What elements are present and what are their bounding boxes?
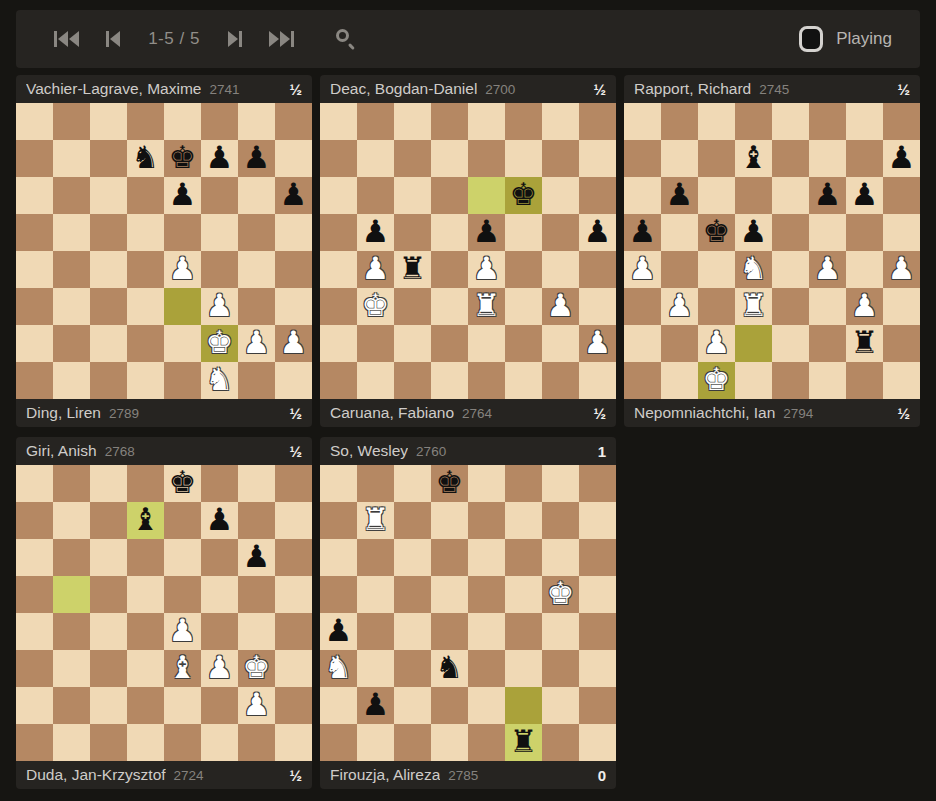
square-g7 [238, 502, 275, 539]
square-f8 [201, 103, 238, 140]
square-h6 [275, 539, 312, 576]
black-king-piece: ♚ [169, 139, 197, 176]
square-f5 [201, 214, 238, 251]
square-d8: ♚ [431, 465, 468, 502]
player-name: Firouzja, Alireza [330, 766, 440, 784]
black-rook-piece: ♜ [510, 723, 538, 760]
square-d1 [431, 724, 468, 761]
boards-grid: Vachier-Lagrave, Maxime2741½♞♚♟♟♟♟♟♟♚♟♟♞… [16, 75, 920, 789]
player-name: Deac, Bogdan-Daniel [330, 80, 477, 98]
square-g8 [238, 103, 275, 140]
square-f4 [201, 251, 238, 288]
square-g1 [542, 362, 579, 399]
square-b3: ♚ [357, 288, 394, 325]
square-b1 [357, 724, 394, 761]
square-f3: ♟ [201, 650, 238, 687]
square-a1 [320, 724, 357, 761]
next-page-button[interactable] [228, 29, 242, 49]
square-e3: ♜ [468, 288, 505, 325]
square-h2: ♟ [275, 325, 312, 362]
square-h1 [275, 724, 312, 761]
square-b8 [357, 103, 394, 140]
square-e3 [468, 650, 505, 687]
square-b6 [53, 177, 90, 214]
square-g8 [846, 103, 883, 140]
square-b4 [53, 251, 90, 288]
playing-toggle[interactable]: Playing [799, 26, 892, 52]
square-h6 [579, 177, 616, 214]
square-c5 [394, 576, 431, 613]
white-pawn-piece: ♟ [243, 686, 271, 723]
player-name: Giri, Anish [26, 442, 97, 460]
square-h1 [579, 362, 616, 399]
white-pawn-piece: ♟ [547, 287, 575, 324]
black-king-piece: ♚ [703, 213, 731, 250]
square-b3 [357, 650, 394, 687]
square-e2 [772, 325, 809, 362]
square-e1 [164, 724, 201, 761]
square-f7: ♟ [201, 140, 238, 177]
square-e5 [772, 214, 809, 251]
black-pawn-piece: ♟ [280, 176, 308, 213]
square-f5 [809, 214, 846, 251]
square-a7 [320, 140, 357, 177]
square-b3 [53, 288, 90, 325]
square-f4 [505, 251, 542, 288]
square-e8 [772, 103, 809, 140]
square-c3 [698, 288, 735, 325]
chess-board-2[interactable]: ♚♟♟♟♟♜♟♚♜♟♟ [320, 103, 616, 399]
square-f5 [505, 576, 542, 613]
square-f4: ♟ [809, 251, 846, 288]
square-e4: ♟ [468, 251, 505, 288]
square-g2: ♟ [238, 325, 275, 362]
chess-board-4[interactable]: ♚♝♟♟♟♝♟♚♟ [16, 465, 312, 761]
square-b5 [357, 576, 394, 613]
square-f6 [201, 177, 238, 214]
square-a1 [624, 362, 661, 399]
square-g3: ♟ [542, 288, 579, 325]
square-g5 [846, 214, 883, 251]
square-d8 [127, 465, 164, 502]
square-c8 [394, 103, 431, 140]
black-rook-piece: ♜ [851, 324, 879, 361]
white-pawn-piece: ♟ [280, 324, 308, 361]
white-rook-piece: ♜ [362, 501, 390, 538]
square-d4 [431, 613, 468, 650]
player-score: ½ [289, 443, 302, 460]
square-d3 [127, 288, 164, 325]
black-pawn-piece: ♟ [169, 176, 197, 213]
square-g4 [542, 613, 579, 650]
square-h3 [275, 288, 312, 325]
square-e1 [772, 362, 809, 399]
square-g4 [846, 251, 883, 288]
square-h5 [275, 214, 312, 251]
square-h4 [275, 613, 312, 650]
square-a5 [16, 214, 53, 251]
square-e8: ♚ [164, 465, 201, 502]
square-g8 [542, 103, 579, 140]
square-f5 [201, 576, 238, 613]
player-name: Ding, Liren [26, 404, 101, 422]
square-h7: ♟ [883, 140, 920, 177]
square-g3 [238, 288, 275, 325]
square-c7 [90, 140, 127, 177]
square-a4: ♟ [320, 613, 357, 650]
square-h2: ♟ [579, 325, 616, 362]
square-b3: ♟ [661, 288, 698, 325]
square-h8 [275, 103, 312, 140]
square-a3 [624, 288, 661, 325]
square-d2 [127, 687, 164, 724]
square-b2 [53, 687, 90, 724]
square-e6: ♟ [164, 177, 201, 214]
black-knight-piece: ♞ [132, 139, 160, 176]
square-d2 [431, 325, 468, 362]
square-e6 [468, 177, 505, 214]
game-card-3: Rapport, Richard2745½♝♟♟♟♟♟♚♟♟♞♟♟♟♜♟♟♜♚N… [624, 75, 920, 427]
square-d1 [431, 362, 468, 399]
square-c3 [90, 288, 127, 325]
square-f6 [201, 539, 238, 576]
square-b1 [53, 724, 90, 761]
square-g1 [846, 362, 883, 399]
square-d3: ♞ [431, 650, 468, 687]
square-a8 [320, 465, 357, 502]
square-b7: ♜ [357, 502, 394, 539]
square-d3: ♜ [735, 288, 772, 325]
square-a5: ♟ [624, 214, 661, 251]
square-c5 [90, 214, 127, 251]
square-d5 [127, 214, 164, 251]
square-c4: ♜ [394, 251, 431, 288]
square-d6 [735, 177, 772, 214]
black-pawn-piece: ♟ [206, 501, 234, 538]
bottom-player-bar: Firouzja, Alireza27850 [320, 761, 616, 789]
square-h4: ♟ [883, 251, 920, 288]
white-pawn-piece: ♟ [169, 250, 197, 287]
square-d7: ♞ [127, 140, 164, 177]
player-score: ½ [897, 81, 910, 98]
square-a1 [320, 362, 357, 399]
square-d5: ♟ [735, 214, 772, 251]
square-g3 [542, 650, 579, 687]
square-b3 [53, 650, 90, 687]
square-b1 [357, 362, 394, 399]
square-f2: ♚ [201, 325, 238, 362]
square-d4 [127, 613, 164, 650]
square-a3 [16, 288, 53, 325]
square-g6: ♟ [238, 539, 275, 576]
square-a8 [16, 465, 53, 502]
square-a2 [320, 325, 357, 362]
square-f2 [809, 325, 846, 362]
square-e4: ♟ [164, 251, 201, 288]
playing-label: Playing [836, 29, 892, 49]
square-d6 [127, 177, 164, 214]
square-f6: ♟ [809, 177, 846, 214]
square-h5: ♟ [579, 214, 616, 251]
black-pawn-piece: ♟ [473, 213, 501, 250]
square-e7 [164, 502, 201, 539]
square-a3: ♞ [320, 650, 357, 687]
square-f3 [505, 288, 542, 325]
square-a2 [16, 325, 53, 362]
next-icon [228, 31, 238, 47]
square-f7: ♟ [201, 502, 238, 539]
square-b7 [53, 140, 90, 177]
square-c8 [90, 465, 127, 502]
square-b6 [53, 539, 90, 576]
top-player-bar: Giri, Anish2768½ [16, 437, 312, 465]
black-pawn-piece: ♟ [629, 213, 657, 250]
chess-board-3[interactable]: ♝♟♟♟♟♟♚♟♟♞♟♟♟♜♟♟♜♚ [624, 103, 920, 399]
square-c3 [90, 650, 127, 687]
chess-board-5[interactable]: ♚♜♚♟♞♞♟♜ [320, 465, 616, 761]
first-page-button[interactable] [54, 29, 79, 49]
square-b6 [357, 539, 394, 576]
square-e7 [772, 140, 809, 177]
square-a4 [16, 613, 53, 650]
square-c1 [90, 724, 127, 761]
square-c5 [394, 214, 431, 251]
black-pawn-piece: ♟ [362, 213, 390, 250]
square-f5 [505, 214, 542, 251]
white-pawn-piece: ♟ [584, 324, 612, 361]
square-a3 [320, 288, 357, 325]
square-e7 [468, 502, 505, 539]
white-king-piece: ♚ [362, 287, 390, 324]
square-e8 [164, 103, 201, 140]
square-c4 [90, 613, 127, 650]
square-a8 [624, 103, 661, 140]
square-g5 [238, 214, 275, 251]
square-d8 [127, 103, 164, 140]
square-c6 [90, 177, 127, 214]
square-d7 [431, 502, 468, 539]
square-h1 [883, 362, 920, 399]
square-f1: ♜ [505, 724, 542, 761]
toolbar: 1-5 / 5 Playing [16, 10, 920, 68]
square-d1 [735, 362, 772, 399]
square-e3: ♝ [164, 650, 201, 687]
square-e1 [164, 362, 201, 399]
square-c4 [394, 613, 431, 650]
square-b5 [661, 214, 698, 251]
square-f2 [505, 687, 542, 724]
bottom-player-bar: Caruana, Fabiano2764½ [320, 399, 616, 427]
square-h3 [275, 650, 312, 687]
white-pawn-piece: ♟ [888, 250, 916, 287]
square-f6 [505, 539, 542, 576]
black-pawn-piece: ♟ [362, 686, 390, 723]
square-a6 [16, 539, 53, 576]
white-king-piece: ♚ [547, 575, 575, 612]
square-b7 [661, 140, 698, 177]
game-card-5: So, Wesley27601♚♜♚♟♞♞♟♜Firouzja, Alireza… [320, 437, 616, 789]
square-c2 [394, 687, 431, 724]
square-c8 [698, 103, 735, 140]
square-g2 [542, 687, 579, 724]
square-e4 [772, 251, 809, 288]
black-pawn-piece: ♟ [740, 213, 768, 250]
black-pawn-piece: ♟ [851, 176, 879, 213]
black-pawn-piece: ♟ [243, 139, 271, 176]
square-h7 [275, 502, 312, 539]
square-f8 [201, 465, 238, 502]
square-a6 [320, 539, 357, 576]
square-c7 [394, 140, 431, 177]
square-a6 [624, 177, 661, 214]
player-name: Vachier-Lagrave, Maxime [26, 80, 201, 98]
square-c8 [394, 465, 431, 502]
square-h1 [579, 724, 616, 761]
white-rook-piece: ♜ [740, 287, 768, 324]
last-page-button[interactable] [269, 29, 294, 49]
square-g4 [238, 613, 275, 650]
player-rating: 2760 [416, 444, 446, 459]
square-b6 [357, 177, 394, 214]
square-e2 [164, 687, 201, 724]
square-g6 [542, 177, 579, 214]
square-a1 [16, 362, 53, 399]
square-a6 [16, 177, 53, 214]
square-b2 [53, 325, 90, 362]
square-b1 [661, 362, 698, 399]
playing-checkbox-icon[interactable] [799, 26, 823, 52]
square-a6 [320, 177, 357, 214]
square-c6 [698, 177, 735, 214]
white-pawn-piece: ♟ [666, 287, 694, 324]
square-g6 [542, 539, 579, 576]
player-score: ½ [289, 405, 302, 422]
pager-label: 1-5 / 5 [147, 29, 201, 49]
square-e8 [468, 465, 505, 502]
square-f3: ♟ [201, 288, 238, 325]
white-rook-piece: ♜ [473, 287, 501, 324]
game-card-2: Deac, Bogdan-Daniel2700½♚♟♟♟♟♜♟♚♜♟♟Carua… [320, 75, 616, 427]
square-e5 [468, 576, 505, 613]
black-king-piece: ♚ [169, 464, 197, 501]
square-d6 [127, 539, 164, 576]
square-g5 [542, 214, 579, 251]
square-g1 [238, 724, 275, 761]
square-g2: ♜ [846, 325, 883, 362]
white-king-piece: ♚ [703, 361, 731, 398]
square-h8 [883, 103, 920, 140]
square-f4 [505, 613, 542, 650]
white-king-piece: ♚ [206, 324, 234, 361]
square-b4 [53, 613, 90, 650]
skip-to-last-icon [269, 31, 279, 47]
square-a7 [624, 140, 661, 177]
black-knight-piece: ♞ [436, 649, 464, 686]
black-pawn-piece: ♟ [206, 139, 234, 176]
square-e7 [468, 140, 505, 177]
white-pawn-piece: ♟ [206, 287, 234, 324]
square-a5 [320, 576, 357, 613]
player-rating: 2724 [174, 768, 204, 783]
square-a1 [16, 724, 53, 761]
player-score: ½ [289, 767, 302, 784]
player-rating: 2764 [462, 406, 492, 421]
square-e4: ♟ [164, 613, 201, 650]
square-g5: ♚ [542, 576, 579, 613]
square-e6 [468, 539, 505, 576]
square-d4: ♞ [735, 251, 772, 288]
chess-board-1[interactable]: ♞♚♟♟♟♟♟♟♚♟♟♞ [16, 103, 312, 399]
square-g3: ♟ [846, 288, 883, 325]
top-player-bar: So, Wesley27601 [320, 437, 616, 465]
bottom-player-bar: Duda, Jan-Krzysztof2724½ [16, 761, 312, 789]
previous-page-button[interactable] [106, 29, 120, 49]
square-g8 [542, 465, 579, 502]
square-e8 [468, 103, 505, 140]
square-c6 [394, 539, 431, 576]
square-a4 [16, 251, 53, 288]
square-d2 [431, 687, 468, 724]
search-button[interactable] [335, 28, 357, 50]
search-icon [336, 29, 349, 42]
player-score: 0 [598, 767, 606, 784]
white-king-piece: ♚ [243, 649, 271, 686]
square-c6 [90, 539, 127, 576]
player-rating: 2785 [448, 768, 478, 783]
black-pawn-piece: ♟ [584, 213, 612, 250]
player-name: Rapport, Richard [634, 80, 751, 98]
square-b4 [661, 251, 698, 288]
player-score: ½ [897, 405, 910, 422]
square-a2 [16, 687, 53, 724]
square-h4 [275, 251, 312, 288]
square-h6: ♟ [275, 177, 312, 214]
square-c2: ♟ [698, 325, 735, 362]
square-e6 [164, 539, 201, 576]
square-c1: ♚ [698, 362, 735, 399]
square-a7 [320, 502, 357, 539]
square-f2 [201, 687, 238, 724]
square-d1 [127, 362, 164, 399]
bottom-player-bar: Nepomniachtchi, Ian2794½ [624, 399, 920, 427]
square-h5 [883, 214, 920, 251]
player-rating: 2768 [105, 444, 135, 459]
square-e6 [772, 177, 809, 214]
square-a5 [16, 576, 53, 613]
square-e5 [164, 214, 201, 251]
square-a5 [320, 214, 357, 251]
square-g6 [238, 177, 275, 214]
square-c2 [394, 325, 431, 362]
square-f8 [505, 465, 542, 502]
square-c1 [394, 362, 431, 399]
white-knight-piece: ♞ [325, 649, 353, 686]
square-b4: ♟ [357, 251, 394, 288]
square-h2 [275, 687, 312, 724]
black-pawn-piece: ♟ [814, 176, 842, 213]
square-h2 [579, 687, 616, 724]
white-knight-piece: ♞ [206, 361, 234, 398]
white-pawn-piece: ♟ [362, 250, 390, 287]
square-f7 [505, 140, 542, 177]
square-c2 [90, 325, 127, 362]
square-d3 [127, 650, 164, 687]
square-c8 [90, 103, 127, 140]
black-king-piece: ♚ [436, 464, 464, 501]
square-h4 [579, 613, 616, 650]
square-b7 [357, 140, 394, 177]
black-pawn-piece: ♟ [325, 612, 353, 649]
